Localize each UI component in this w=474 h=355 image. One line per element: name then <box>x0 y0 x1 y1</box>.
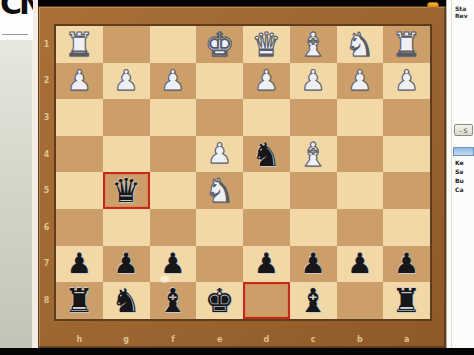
square-c1[interactable]: ♝ <box>290 26 337 63</box>
white-knight-e5[interactable]: ♞ <box>205 174 235 207</box>
square-f3[interactable] <box>150 99 197 136</box>
file-label-b: b <box>337 331 384 349</box>
square-a3[interactable] <box>383 99 430 136</box>
square-h3[interactable] <box>56 99 103 136</box>
white-pawn-f2[interactable]: ♟ <box>160 67 185 95</box>
chess-board-frame: 12345678 ♜♚♛♝♞♜♟♟♟♟♟♟♟♟♞♝♛♞♟♟♟♟♟♟♟♜♞♝♚♝♜… <box>38 6 446 348</box>
square-b2[interactable]: ♟ <box>337 63 384 100</box>
white-pawn-c2[interactable]: ♟ <box>301 67 326 95</box>
square-d7[interactable]: ♟ <box>243 246 290 283</box>
square-c7[interactable]: ♟ <box>290 246 337 283</box>
black-pawn-h7[interactable]: ♟ <box>67 250 92 278</box>
file-label-a: a <box>383 331 430 349</box>
square-h6[interactable] <box>56 209 103 246</box>
square-b7[interactable]: ♟ <box>337 246 384 283</box>
page-background-strip <box>0 0 32 348</box>
square-e1[interactable]: ♚ <box>196 26 243 63</box>
square-f5[interactable] <box>150 172 197 209</box>
white-pawn-d2[interactable]: ♟ <box>254 67 279 95</box>
square-f1[interactable] <box>150 26 197 63</box>
black-pawn-c7[interactable]: ♟ <box>301 250 326 278</box>
square-h5[interactable] <box>56 172 103 209</box>
square-e5[interactable]: ♞ <box>196 172 243 209</box>
black-pawn-g7[interactable]: ♟ <box>114 250 139 278</box>
square-e2[interactable] <box>196 63 243 100</box>
square-a4[interactable] <box>383 136 430 173</box>
square-b1[interactable]: ♞ <box>337 26 384 63</box>
square-h8[interactable]: ♜ <box>56 282 103 319</box>
file-label-h: h <box>56 331 103 349</box>
rank-label-7: 7 <box>39 246 54 283</box>
rank-label-4: 4 <box>39 136 54 173</box>
file-label-f: f <box>150 331 197 349</box>
square-h7[interactable]: ♟ <box>56 246 103 283</box>
file-label-d: d <box>243 331 290 349</box>
white-rook-a1[interactable]: ♜ <box>392 28 422 61</box>
black-knight-d4[interactable]: ♞ <box>252 138 282 171</box>
black-bishop-c8[interactable]: ♝ <box>298 284 328 317</box>
white-pawn-b2[interactable]: ♟ <box>347 67 372 95</box>
logo-letters: CN <box>0 0 33 21</box>
white-knight-b1[interactable]: ♞ <box>345 28 375 61</box>
square-c5[interactable] <box>290 172 337 209</box>
rank-label-8: 8 <box>39 282 54 319</box>
square-b3[interactable] <box>337 99 384 136</box>
rank-label-2: 2 <box>39 63 54 100</box>
square-c8[interactable]: ♝ <box>290 282 337 319</box>
square-b8[interactable] <box>337 282 384 319</box>
square-e3[interactable] <box>196 99 243 136</box>
square-c2[interactable]: ♟ <box>290 63 337 100</box>
panel-link-4: Ca <box>455 185 464 194</box>
square-c4[interactable]: ♝ <box>290 136 337 173</box>
rank-label-6: 6 <box>39 209 54 246</box>
square-c3[interactable] <box>290 99 337 136</box>
panel-top-line-2: Rev <box>455 12 468 19</box>
square-a6[interactable] <box>383 209 430 246</box>
square-h4[interactable] <box>56 136 103 173</box>
white-pawn-a2[interactable]: ♟ <box>394 67 419 95</box>
panel-top-line-1: Sta <box>455 5 468 12</box>
square-a7[interactable]: ♟ <box>383 246 430 283</box>
file-label-g: g <box>103 331 150 349</box>
white-pawn-e4[interactable]: ♟ <box>207 140 232 168</box>
rank-labels: 12345678 <box>39 26 54 319</box>
panel-top-text: StaRev <box>455 5 468 19</box>
site-logo: CN <box>0 0 33 40</box>
square-g1[interactable] <box>103 26 150 63</box>
rank-label-1: 1 <box>39 26 54 63</box>
black-pawn-b7[interactable]: ♟ <box>347 250 372 278</box>
panel-divider <box>451 0 452 348</box>
square-d1[interactable]: ♛ <box>243 26 290 63</box>
square-f7[interactable]: ♟ <box>150 246 197 283</box>
panel-link-list[interactable]: KeSaBuCa <box>455 158 464 194</box>
white-pawn-h2[interactable]: ♟ <box>67 67 92 95</box>
square-h1[interactable]: ♜ <box>56 26 103 63</box>
square-g3[interactable] <box>103 99 150 136</box>
square-h2[interactable]: ♟ <box>56 63 103 100</box>
square-d5[interactable] <box>243 172 290 209</box>
white-bishop-c4[interactable]: ♝ <box>298 138 328 171</box>
panel-link-3: Bu <box>455 176 464 185</box>
square-b4[interactable] <box>337 136 384 173</box>
logo-underline <box>2 34 28 35</box>
black-bishop-f8[interactable]: ♝ <box>158 284 188 317</box>
square-f6[interactable] <box>150 209 197 246</box>
square-d2[interactable]: ♟ <box>243 63 290 100</box>
white-bishop-c1[interactable]: ♝ <box>298 28 328 61</box>
square-g4[interactable] <box>103 136 150 173</box>
square-d8[interactable] <box>243 282 290 319</box>
square-a1[interactable]: ♜ <box>383 26 430 63</box>
white-rook-h1[interactable]: ♜ <box>65 28 95 61</box>
black-rook-a8[interactable]: ♜ <box>392 284 422 317</box>
rank-label-3: 3 <box>39 99 54 136</box>
black-knight-g8[interactable]: ♞ <box>111 284 141 317</box>
video-frame: CN 12345678 ♜♚♛♝♞♜♟♟♟♟♟♟♟♟♞♝♛♞♟♟♟♟♟♟♟♜♞♝… <box>0 0 474 355</box>
black-pawn-a7[interactable]: ♟ <box>394 250 419 278</box>
orange-marker-icon <box>427 2 439 8</box>
square-a2[interactable]: ♟ <box>383 63 430 100</box>
black-pawn-f7[interactable]: ♟ <box>160 250 185 278</box>
square-g2[interactable]: ♟ <box>103 63 150 100</box>
square-d4[interactable]: ♞ <box>243 136 290 173</box>
letterbox-bottom-bar <box>0 348 474 355</box>
square-e8[interactable]: ♚ <box>196 282 243 319</box>
square-g7[interactable]: ♟ <box>103 246 150 283</box>
panel-section-header <box>453 147 474 156</box>
square-e7[interactable] <box>196 246 243 283</box>
black-rook-h8[interactable]: ♜ <box>65 284 95 317</box>
square-f8[interactable]: ♝ <box>150 282 197 319</box>
panel-button[interactable]: - S <box>454 124 473 136</box>
file-labels: hgfedcba <box>56 331 430 349</box>
square-f4[interactable] <box>150 136 197 173</box>
square-a5[interactable] <box>383 172 430 209</box>
square-a8[interactable]: ♜ <box>383 282 430 319</box>
white-pawn-g2[interactable]: ♟ <box>114 67 139 95</box>
black-pawn-d7[interactable]: ♟ <box>254 250 279 278</box>
right-side-panel: StaRev - S KeSaBuCa <box>446 0 474 348</box>
square-d6[interactable] <box>243 209 290 246</box>
square-d3[interactable] <box>243 99 290 136</box>
square-c6[interactable] <box>290 209 337 246</box>
black-king-e8[interactable]: ♚ <box>205 284 235 317</box>
square-b6[interactable] <box>337 209 384 246</box>
square-e4[interactable]: ♟ <box>196 136 243 173</box>
white-queen-d1[interactable]: ♛ <box>252 28 282 61</box>
white-king-e1[interactable]: ♚ <box>205 28 235 61</box>
square-e6[interactable] <box>196 209 243 246</box>
panel-link-2: Sa <box>455 167 464 176</box>
chess-board[interactable]: ♜♚♛♝♞♜♟♟♟♟♟♟♟♟♞♝♛♞♟♟♟♟♟♟♟♜♞♝♚♝♜ <box>54 24 432 321</box>
black-queen-g5[interactable]: ♛ <box>111 174 141 207</box>
square-g5[interactable]: ♛ <box>103 172 150 209</box>
square-f2[interactable]: ♟ <box>150 63 197 100</box>
rank-label-5: 5 <box>39 172 54 209</box>
file-label-c: c <box>290 331 337 349</box>
square-g8[interactable]: ♞ <box>103 282 150 319</box>
square-b5[interactable] <box>337 172 384 209</box>
file-label-e: e <box>196 331 243 349</box>
panel-link-1: Ke <box>455 158 464 167</box>
square-g6[interactable] <box>103 209 150 246</box>
